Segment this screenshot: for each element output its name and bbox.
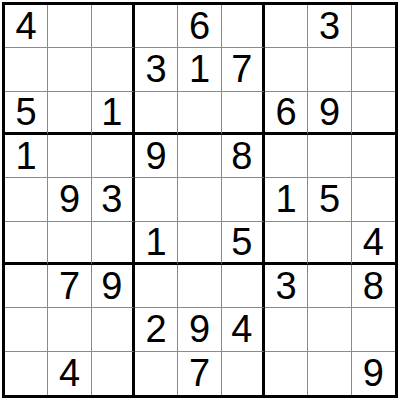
cell-r9c5[interactable]: 7 [178, 352, 221, 395]
given-digit: 8 [363, 267, 384, 305]
given-digit: 9 [59, 180, 80, 218]
cell-r1c8[interactable]: 3 [308, 5, 351, 48]
given-digit: 9 [319, 93, 340, 131]
cell-r5c9[interactable] [352, 178, 395, 221]
cell-r6c5[interactable] [178, 222, 221, 265]
cell-r1c7[interactable] [265, 5, 308, 48]
given-digit: 1 [189, 50, 210, 88]
cell-r5c2[interactable]: 9 [48, 178, 91, 221]
cell-r4c6[interactable]: 8 [222, 135, 265, 178]
cell-r3c5[interactable] [178, 92, 221, 135]
given-digit: 5 [231, 223, 252, 261]
cell-r2c9[interactable] [352, 48, 395, 91]
given-digit: 6 [189, 7, 210, 45]
cell-r9c7[interactable] [265, 352, 308, 395]
cell-r4c3[interactable] [92, 135, 135, 178]
given-digit: 7 [59, 267, 80, 305]
cell-r4c2[interactable] [48, 135, 91, 178]
cell-r5c1[interactable] [5, 178, 48, 221]
cell-r4c8[interactable] [308, 135, 351, 178]
given-digit: 6 [276, 93, 297, 131]
cell-r1c9[interactable] [352, 5, 395, 48]
cell-r8c8[interactable] [308, 308, 351, 351]
cell-r9c1[interactable] [5, 352, 48, 395]
cell-r3c1[interactable]: 5 [5, 92, 48, 135]
given-digit: 4 [231, 310, 252, 348]
cell-r6c2[interactable] [48, 222, 91, 265]
cell-r3c3[interactable]: 1 [92, 92, 135, 135]
given-digit: 4 [363, 223, 384, 261]
cell-r6c3[interactable] [92, 222, 135, 265]
cell-r2c7[interactable] [265, 48, 308, 91]
cell-r4c5[interactable] [178, 135, 221, 178]
cell-r8c5[interactable]: 9 [178, 308, 221, 351]
cell-r7c1[interactable] [5, 265, 48, 308]
given-digit: 9 [189, 310, 210, 348]
given-digit: 3 [276, 267, 297, 305]
given-digit: 9 [101, 267, 122, 305]
cell-r7c8[interactable] [308, 265, 351, 308]
cell-r1c5[interactable]: 6 [178, 5, 221, 48]
cell-r8c2[interactable] [48, 308, 91, 351]
given-digit: 8 [231, 137, 252, 175]
cell-r7c7[interactable]: 3 [265, 265, 308, 308]
cell-r1c3[interactable] [92, 5, 135, 48]
cell-r4c4[interactable]: 9 [135, 135, 178, 178]
cell-r8c6[interactable]: 4 [222, 308, 265, 351]
cell-r3c6[interactable] [222, 92, 265, 135]
cell-r2c2[interactable] [48, 48, 91, 91]
given-digit: 4 [16, 7, 37, 45]
cell-r9c8[interactable] [308, 352, 351, 395]
cell-r2c3[interactable] [92, 48, 135, 91]
given-digit: 1 [16, 137, 37, 175]
cell-r2c4[interactable]: 3 [135, 48, 178, 91]
given-digit: 9 [146, 137, 167, 175]
cell-r1c4[interactable] [135, 5, 178, 48]
cell-r3c4[interactable] [135, 92, 178, 135]
given-digit: 9 [363, 354, 384, 392]
cell-r6c1[interactable] [5, 222, 48, 265]
cell-r3c2[interactable] [48, 92, 91, 135]
given-digit: 5 [16, 93, 37, 131]
sudoku-board: 463317516919893151547938294479 [2, 2, 398, 398]
given-digit: 3 [146, 50, 167, 88]
cell-r2c1[interactable] [5, 48, 48, 91]
cell-r1c1[interactable]: 4 [5, 5, 48, 48]
cell-r7c3[interactable]: 9 [92, 265, 135, 308]
given-digit: 3 [319, 7, 340, 45]
cell-r6c8[interactable] [308, 222, 351, 265]
cell-r2c5[interactable]: 1 [178, 48, 221, 91]
cell-r7c5[interactable] [178, 265, 221, 308]
cell-r6c4[interactable]: 1 [135, 222, 178, 265]
cell-r6c9[interactable]: 4 [352, 222, 395, 265]
cell-r7c4[interactable] [135, 265, 178, 308]
cell-r4c1[interactable]: 1 [5, 135, 48, 178]
cell-r7c2[interactable]: 7 [48, 265, 91, 308]
cell-r4c7[interactable] [265, 135, 308, 178]
cell-r4c9[interactable] [352, 135, 395, 178]
given-digit: 5 [319, 180, 340, 218]
cell-r1c6[interactable] [222, 5, 265, 48]
cell-r1c2[interactable] [48, 5, 91, 48]
cell-r9c6[interactable] [222, 352, 265, 395]
cell-r8c4[interactable]: 2 [135, 308, 178, 351]
given-digit: 3 [101, 180, 122, 218]
cell-r3c9[interactable] [352, 92, 395, 135]
given-digit: 7 [231, 50, 252, 88]
given-digit: 4 [59, 354, 80, 392]
cell-r3c8[interactable]: 9 [308, 92, 351, 135]
cell-r5c3[interactable]: 3 [92, 178, 135, 221]
cell-r6c6[interactable]: 5 [222, 222, 265, 265]
given-digit: 2 [146, 310, 167, 348]
given-digit: 1 [276, 180, 297, 218]
cell-r9c4[interactable] [135, 352, 178, 395]
cell-r6c7[interactable] [265, 222, 308, 265]
cell-r5c5[interactable] [178, 178, 221, 221]
cell-r8c9[interactable] [352, 308, 395, 351]
cell-r5c7[interactable]: 1 [265, 178, 308, 221]
cell-r9c2[interactable]: 4 [48, 352, 91, 395]
cell-r2c6[interactable]: 7 [222, 48, 265, 91]
cell-r5c6[interactable] [222, 178, 265, 221]
cell-r7c9[interactable]: 8 [352, 265, 395, 308]
cell-r5c4[interactable] [135, 178, 178, 221]
cell-r8c3[interactable] [92, 308, 135, 351]
given-digit: 1 [101, 93, 122, 131]
cell-r3c7[interactable]: 6 [265, 92, 308, 135]
cell-r7c6[interactable] [222, 265, 265, 308]
given-digit: 1 [146, 223, 167, 261]
cell-r9c9[interactable]: 9 [352, 352, 395, 395]
cell-r9c3[interactable] [92, 352, 135, 395]
given-digit: 7 [189, 354, 210, 392]
cell-r8c1[interactable] [5, 308, 48, 351]
cell-r8c7[interactable] [265, 308, 308, 351]
cell-r2c8[interactable] [308, 48, 351, 91]
cell-r5c8[interactable]: 5 [308, 178, 351, 221]
